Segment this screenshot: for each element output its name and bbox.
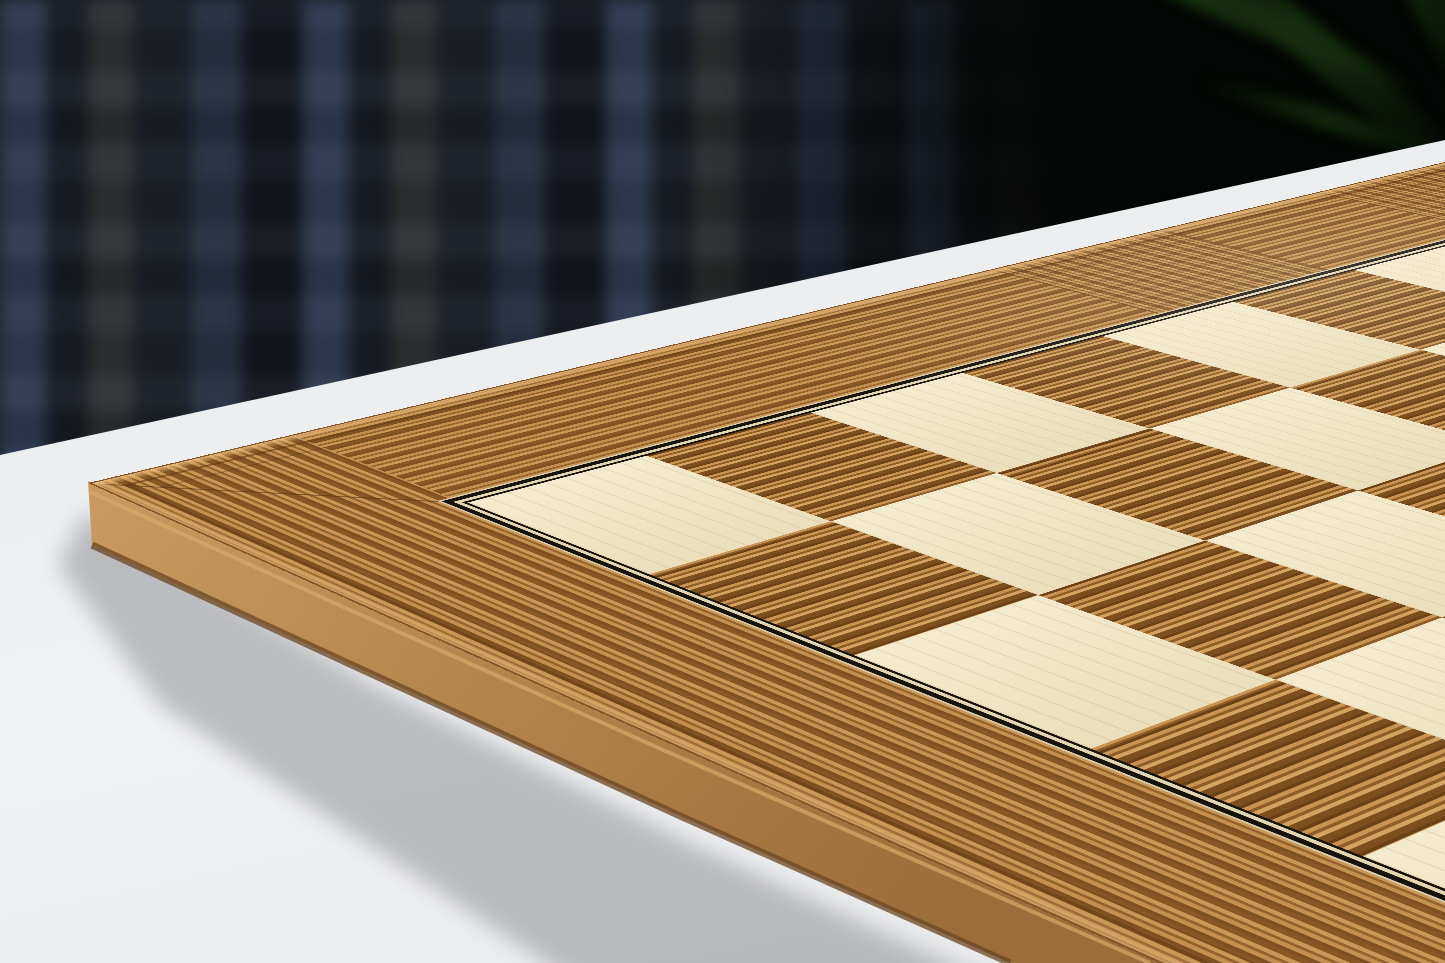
scene <box>0 0 1445 963</box>
